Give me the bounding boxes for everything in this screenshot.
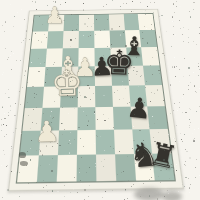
piece-white-king-c4[interactable]: ♚ xyxy=(51,65,84,102)
piece-black-rook-h1[interactable]: ♜ xyxy=(146,138,180,175)
piece-black-king-f5[interactable]: ♚ xyxy=(103,45,135,80)
piece-white-pawn-b8[interactable]: ♟ xyxy=(44,4,64,27)
chessboard-photo: ♟♝♝♟♟♚♚♟♟♞♜ xyxy=(0,0,200,200)
out-of-frame-blur xyxy=(134,188,164,200)
piece-white-pawn-b2[interactable]: ♟ xyxy=(34,118,61,147)
pieces-layer: ♟♝♝♟♟♚♚♟♟♞♜ xyxy=(0,0,200,200)
piece-black-pawn-g3[interactable]: ♟ xyxy=(126,93,153,123)
out-of-frame-blur xyxy=(162,191,182,200)
